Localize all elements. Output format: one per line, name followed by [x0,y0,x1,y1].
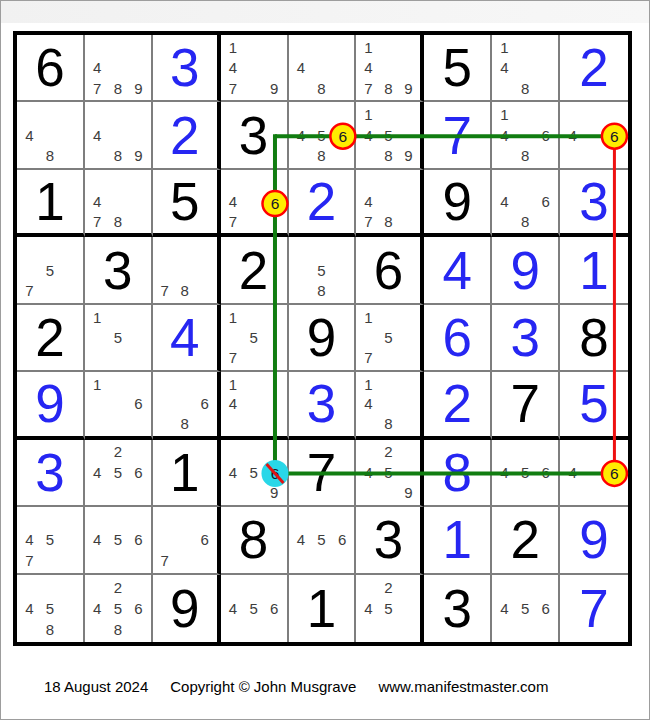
cell-r2c3[interactable]: 2 [153,102,221,169]
solved-digit: 7 [579,582,608,635]
cell-r8c3[interactable]: 67 [153,507,221,574]
candidate-5: 5 [311,260,332,280]
cell-r9c5[interactable]: 1 [289,575,357,642]
candidate-9: 9 [264,483,285,503]
solved-digit: 3 [579,175,608,228]
candidate-5: 5 [243,327,264,347]
cell-r4c2[interactable]: 3 [85,237,153,304]
cell-r3c5[interactable]: 2 [289,170,357,237]
cell-r7c4[interactable]: 4569 [221,440,289,507]
pencil-marks: 14789 [358,37,418,98]
pencil-marks: 157 [223,307,285,368]
cell-r2c1[interactable]: 48 [17,102,85,169]
candidate-6: 6 [332,125,353,145]
pencil-marks: 456 [291,509,353,570]
given-digit: 9 [170,582,199,635]
candidate-9: 9 [264,78,285,98]
cell-r4c6[interactable]: 6 [356,237,424,304]
cell-r6c1[interactable]: 9 [17,372,85,439]
candidate-5: 5 [40,598,61,619]
candidate-7: 7 [358,348,378,368]
pencil-marks: 467 [223,172,285,231]
pencil-marks: 4568 [291,104,353,165]
candidate-4: 4 [358,394,378,414]
candidate-4: 4 [358,57,378,77]
candidate-9: 9 [398,145,418,165]
candidate-2: 2 [378,442,398,462]
cell-r4c3[interactable]: 78 [153,237,221,304]
cell-r3c9[interactable]: 3 [560,170,628,237]
solved-digit: 2 [579,41,608,94]
candidate-7: 7 [87,78,108,98]
cell-r2c7[interactable]: 7 [424,102,492,169]
cell-r9c7[interactable]: 3 [424,575,492,642]
pencil-marks: 78 [155,239,215,300]
solved-digit: 2 [307,175,336,228]
candidate-4: 4 [223,598,244,619]
pencil-marks: 148 [494,37,556,98]
candidate-4: 4 [562,125,583,145]
candidate-6: 6 [535,125,556,145]
cell-r6c9[interactable]: 5 [560,372,628,439]
cell-r8c6[interactable]: 3 [356,507,424,574]
cell-r5c8[interactable]: 3 [492,305,560,372]
solved-digit: 1 [579,244,608,297]
candidate-6: 6 [128,530,149,550]
candidate-5: 5 [108,327,129,347]
candidate-8: 8 [108,212,129,232]
cell-r5c6[interactable]: 157 [356,305,424,372]
candidate-4: 4 [87,462,108,482]
solved-digit: 2 [443,377,472,430]
candidate-6: 6 [195,530,215,550]
cell-r3c3[interactable]: 5 [153,170,221,237]
given-digit: 5 [443,41,472,94]
cell-r5c9[interactable]: 8 [560,305,628,372]
given-digit: 3 [239,109,268,162]
pencil-marks: 15 [87,307,149,368]
solved-digit: 3 [510,311,539,364]
candidate-4: 4 [87,192,108,212]
candidate-1: 1 [223,37,244,57]
cell-r6c5[interactable]: 3 [289,372,357,439]
candidate-6: 6 [605,462,626,482]
candidate-9: 9 [398,78,418,98]
pencil-marks: 148 [358,374,418,433]
cell-r3c2[interactable]: 478 [85,170,153,237]
candidate-5: 5 [108,530,129,550]
cell-r7c6[interactable]: 2459 [356,440,424,507]
pencil-marks: 57 [19,239,81,300]
cell-r3c6[interactable]: 478 [356,170,424,237]
pencil-marks: 16 [87,374,149,433]
candidate-5: 5 [378,462,398,482]
candidate-8: 8 [515,145,536,165]
cell-r2c2[interactable]: 489 [85,102,153,169]
given-digit: 9 [307,311,336,364]
solved-digit: 2 [170,109,199,162]
candidate-1: 1 [358,307,378,327]
candidate-4: 4 [223,192,244,212]
cell-r8c7[interactable]: 1 [424,507,492,574]
candidate-6: 6 [605,125,626,145]
candidate-6: 6 [535,598,556,619]
cell-r7c9[interactable]: 46 [560,440,628,507]
candidate-8: 8 [40,145,61,165]
given-digit: 5 [170,175,199,228]
given-digit: 7 [307,446,336,499]
candidate-4: 4 [19,530,40,550]
candidate-1: 1 [87,374,108,394]
cell-r7c7[interactable]: 8 [424,440,492,507]
solved-digit: 7 [443,109,472,162]
given-digit: 6 [374,244,403,297]
candidate-4: 4 [223,394,244,414]
candidate-7: 7 [19,280,40,300]
candidate-8: 8 [311,280,332,300]
given-digit: 1 [35,175,64,228]
top-band [1,1,649,23]
cell-r9c9[interactable]: 7 [560,575,628,642]
candidate-4: 4 [494,57,515,77]
candidate-7: 7 [358,78,378,98]
pencil-marks: 157 [358,307,418,368]
candidate-4: 4 [494,462,515,482]
pencil-marks: 456 [494,577,556,640]
candidate-1: 1 [223,307,244,327]
cell-r6c4[interactable]: 14 [221,372,289,439]
cell-r5c2[interactable]: 15 [85,305,153,372]
given-digit: 2 [35,311,64,364]
pencil-marks: 478 [358,172,418,231]
pencil-marks: 46 [562,104,626,165]
cell-r9c2[interactable]: 24568 [85,575,153,642]
cell-r4c4[interactable]: 2 [221,237,289,304]
footer-date: 18 August 2024 [44,678,148,695]
solved-digit: 5 [579,377,608,430]
candidate-5: 5 [378,327,398,347]
cell-r1c4[interactable]: 1479 [221,35,289,102]
pencil-marks: 457 [19,509,81,570]
candidate-6: 6 [195,394,215,414]
candidate-5: 5 [311,530,332,550]
pencil-marks: 245 [358,577,418,640]
solved-digit: 8 [443,446,472,499]
candidate-5: 5 [378,125,398,145]
pencil-marks: 68 [155,374,215,433]
solved-digit: 6 [443,311,472,364]
candidate-6: 6 [535,192,556,212]
candidate-1: 1 [494,104,515,124]
candidate-5: 5 [243,598,264,619]
candidate-7: 7 [223,212,244,232]
cell-r9c8[interactable]: 456 [492,575,560,642]
candidate-5: 5 [108,462,129,482]
candidate-4: 4 [494,192,515,212]
pencil-marks: 468 [494,172,556,231]
candidate-8: 8 [515,78,536,98]
pencil-marks: 48 [19,104,81,165]
candidate-2: 2 [378,577,398,598]
cell-r1c6[interactable]: 14789 [356,35,424,102]
cell-r1c3[interactable]: 3 [153,35,221,102]
candidate-6: 6 [264,192,285,212]
cell-r5c7[interactable]: 6 [424,305,492,372]
candidate-8: 8 [378,145,398,165]
pencil-marks: 478 [87,172,149,231]
candidate-7: 7 [155,280,175,300]
candidate-8: 8 [378,78,398,98]
candidate-8: 8 [311,78,332,98]
candidate-8: 8 [175,280,195,300]
cell-r8c2[interactable]: 456 [85,507,153,574]
solved-digit: 9 [579,513,608,566]
candidate-4: 4 [291,530,312,550]
given-digit: 8 [579,311,608,364]
solved-digit: 9 [510,244,539,297]
candidate-8: 8 [40,619,61,640]
candidate-5: 5 [515,462,536,482]
candidate-5: 5 [243,462,264,482]
cell-r7c5[interactable]: 7 [289,440,357,507]
candidate-1: 1 [358,104,378,124]
candidate-4: 4 [223,57,244,77]
cell-r1c2[interactable]: 4789 [85,35,153,102]
pencil-marks: 58 [291,239,353,300]
cell-r4c7[interactable]: 4 [424,237,492,304]
candidate-4: 4 [291,57,312,77]
cell-r5c5[interactable]: 9 [289,305,357,372]
candidate-4: 4 [87,530,108,550]
candidate-7: 7 [358,212,378,232]
cell-r2c8[interactable]: 1468 [492,102,560,169]
candidate-1: 1 [223,374,244,394]
pencil-marks: 489 [87,104,149,165]
given-digit: 2 [239,244,268,297]
candidate-8: 8 [311,145,332,165]
candidate-8: 8 [108,145,129,165]
puzzle-page: 6478931479481478951482484892345681458971… [0,0,650,720]
given-digit: 9 [443,175,472,228]
pencil-marks: 1468 [494,104,556,165]
given-digit: 6 [35,41,64,94]
cell-r7c3[interactable]: 1 [153,440,221,507]
candidate-1: 1 [494,37,515,57]
pencil-marks: 2459 [358,442,418,503]
candidate-5: 5 [311,125,332,145]
candidate-4: 4 [358,598,378,619]
pencil-marks: 456 [494,442,556,503]
pencil-marks: 458 [19,577,81,640]
cell-r6c7[interactable]: 2 [424,372,492,439]
candidate-8: 8 [515,212,536,232]
pencil-marks: 46 [562,442,626,503]
candidate-4: 4 [87,598,108,619]
cell-r5c1[interactable]: 2 [17,305,85,372]
given-digit: 7 [510,377,539,430]
candidate-4: 4 [223,462,244,482]
candidate-5: 5 [378,598,398,619]
pencil-marks: 456 [223,577,285,640]
solved-digit: 1 [443,513,472,566]
solved-digit: 9 [35,377,64,430]
candidate-4: 4 [19,125,40,145]
cell-r3c1[interactable]: 1 [17,170,85,237]
candidate-4: 4 [562,462,583,482]
candidate-2: 2 [108,442,129,462]
cell-r4c8[interactable]: 9 [492,237,560,304]
candidate-4: 4 [87,125,108,145]
pencil-marks: 24568 [87,577,149,640]
candidate-4: 4 [358,125,378,145]
pencil-marks: 2456 [87,442,149,503]
given-digit: 3 [443,582,472,635]
pencil-marks: 48 [291,37,353,98]
candidate-7: 7 [223,348,244,368]
candidate-2: 2 [108,577,129,598]
candidate-6: 6 [128,394,149,414]
candidate-6: 6 [264,598,285,619]
candidate-8: 8 [378,212,398,232]
cell-r7c8[interactable]: 456 [492,440,560,507]
candidate-4: 4 [358,462,378,482]
cell-r1c8[interactable]: 148 [492,35,560,102]
pencil-marks: 14589 [358,104,418,165]
candidate-7: 7 [19,550,40,570]
footer-copyright: Copyright © John Musgrave [170,678,356,695]
candidate-5: 5 [40,260,61,280]
candidate-4: 4 [291,125,312,145]
cell-r9c6[interactable]: 245 [356,575,424,642]
candidate-6: 6 [535,462,556,482]
candidate-1: 1 [358,37,378,57]
cell-r6c8[interactable]: 7 [492,372,560,439]
candidate-6: 6 [128,462,149,482]
sudoku-board: 6478931479481478951482484892345681458971… [13,31,632,646]
cell-r9c1[interactable]: 458 [17,575,85,642]
candidate-9: 9 [128,78,149,98]
candidate-1: 1 [87,307,108,327]
candidate-1: 1 [358,374,378,394]
solved-digit: 3 [170,41,199,94]
candidate-6: 6 [332,530,353,550]
given-digit: 3 [103,244,132,297]
cell-r1c7[interactable]: 5 [424,35,492,102]
cell-r6c6[interactable]: 148 [356,372,424,439]
solved-digit: 3 [35,446,64,499]
candidate-8: 8 [108,619,129,640]
cell-r8c1[interactable]: 457 [17,507,85,574]
cell-r5c3[interactable]: 4 [153,305,221,372]
cell-r4c9[interactable]: 1 [560,237,628,304]
solved-digit: 4 [170,311,199,364]
cell-r7c2[interactable]: 2456 [85,440,153,507]
cell-r4c5[interactable]: 58 [289,237,357,304]
candidate-8: 8 [378,414,398,434]
candidate-4: 4 [358,192,378,212]
pencil-marks: 456 [87,509,149,570]
footer-website: www.manifestmaster.com [378,678,548,695]
cell-r9c3[interactable]: 9 [153,575,221,642]
cell-r4c1[interactable]: 57 [17,237,85,304]
candidate-5: 5 [40,530,61,550]
pencil-marks: 4569 [223,442,285,503]
pencil-marks: 4789 [87,37,149,98]
cell-r2c9[interactable]: 46 [560,102,628,169]
candidate-4: 4 [494,598,515,619]
cell-r2c6[interactable]: 14589 [356,102,424,169]
candidate-4: 4 [19,598,40,619]
candidate-9: 9 [398,483,418,503]
candidate-9: 9 [128,145,149,165]
cell-r6c3[interactable]: 68 [153,372,221,439]
cell-r2c5[interactable]: 4568 [289,102,357,169]
candidate-7: 7 [223,78,244,98]
candidate-8: 8 [108,78,129,98]
given-digit: 1 [307,582,336,635]
footer: 18 August 2024 Copyright © John Musgrave… [44,678,548,695]
cell-r9c4[interactable]: 456 [221,575,289,642]
cell-r1c1[interactable]: 6 [17,35,85,102]
cell-r1c5[interactable]: 48 [289,35,357,102]
cell-r8c8[interactable]: 2 [492,507,560,574]
candidate-7: 7 [87,212,108,232]
candidate-4: 4 [87,57,108,77]
cell-r8c9[interactable]: 9 [560,507,628,574]
cell-r3c8[interactable]: 468 [492,170,560,237]
candidate-5: 5 [515,598,536,619]
cell-r8c4[interactable]: 8 [221,507,289,574]
cell-r3c4[interactable]: 467 [221,170,289,237]
candidate-7: 7 [155,550,175,570]
cell-r6c2[interactable]: 16 [85,372,153,439]
cell-r7c1[interactable]: 3 [17,440,85,507]
solved-digit: 3 [307,377,336,430]
candidate-4: 4 [494,125,515,145]
given-digit: 1 [170,446,199,499]
cell-r8c5[interactable]: 456 [289,507,357,574]
solved-digit: 4 [443,244,472,297]
pencil-marks: 1479 [223,37,285,98]
pencil-marks: 14 [223,374,285,433]
given-digit: 8 [239,513,268,566]
candidate-6: 6 [264,462,285,482]
candidate-5: 5 [108,598,129,619]
candidate-6: 6 [128,598,149,619]
candidate-8: 8 [175,414,195,434]
cell-r3c7[interactable]: 9 [424,170,492,237]
cell-r2c4[interactable]: 3 [221,102,289,169]
given-digit: 3 [374,513,403,566]
given-digit: 2 [510,513,539,566]
pencil-marks: 67 [155,509,215,570]
cell-r1c9[interactable]: 2 [560,35,628,102]
cell-r5c4[interactable]: 157 [221,305,289,372]
